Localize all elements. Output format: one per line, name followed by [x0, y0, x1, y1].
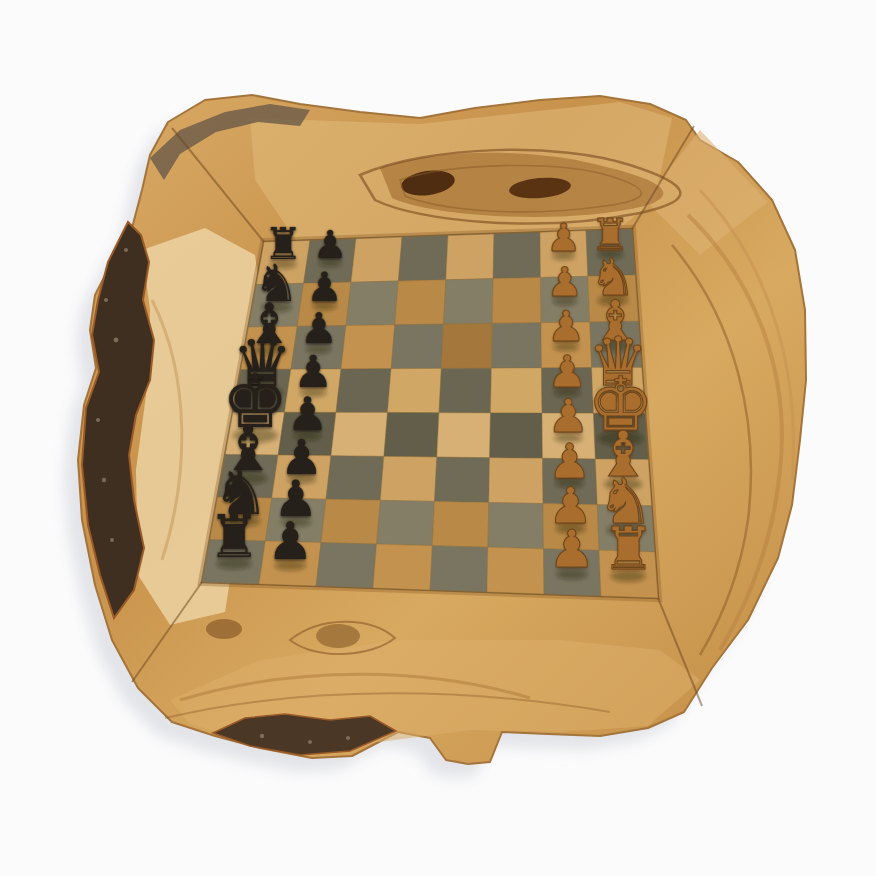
square-e3[interactable] [490, 413, 543, 458]
bottom-knot-1 [206, 619, 242, 639]
square-e4[interactable] [437, 413, 491, 458]
piece-black-pawn-h7[interactable]: ♟ [259, 516, 321, 568]
square-h4[interactable] [430, 546, 488, 592]
square-c6[interactable] [341, 325, 395, 369]
bottom-knot-2 [316, 624, 360, 648]
square-f5[interactable] [380, 456, 437, 501]
piece-white-rook-h1[interactable]: ♜ [593, 520, 663, 579]
square-b3[interactable] [492, 278, 541, 324]
piece-white-pawn-a2[interactable]: ♟ [540, 219, 586, 258]
square-a5[interactable] [398, 236, 448, 282]
square-b5[interactable] [395, 280, 446, 325]
square-c3[interactable] [491, 323, 541, 369]
piece-black-pawn-a7[interactable]: ♟ [307, 226, 353, 265]
square-h5[interactable] [373, 544, 432, 590]
square-d3[interactable] [491, 368, 543, 413]
square-d6[interactable] [336, 369, 391, 413]
square-c4[interactable] [441, 323, 492, 368]
square-g3[interactable] [488, 503, 544, 549]
square-f6[interactable] [326, 456, 384, 501]
chessboard-product-photo: ♜♞♝♛♚♝♞♜♟♟♟♟♟♟♟♟♟♟♟♟♟♟♟♟♜♞♝♛♚♝♞♜ [0, 0, 876, 876]
square-e5[interactable] [384, 413, 439, 458]
square-h3[interactable] [487, 547, 544, 594]
square-b6[interactable] [346, 281, 398, 326]
square-g5[interactable] [377, 500, 435, 545]
square-c5[interactable] [391, 324, 443, 369]
square-a6[interactable] [351, 237, 402, 282]
square-d5[interactable] [388, 368, 442, 412]
square-h6[interactable] [316, 543, 377, 588]
square-b4[interactable] [444, 279, 494, 325]
square-a4[interactable] [446, 234, 494, 280]
olive-wood-slab [0, 0, 876, 876]
square-g4[interactable] [432, 501, 489, 547]
square-a3[interactable] [493, 232, 540, 278]
piece-black-pawn-b7[interactable]: ♟ [300, 267, 349, 308]
square-g6[interactable] [321, 499, 380, 544]
square-f3[interactable] [489, 458, 543, 504]
square-e6[interactable] [331, 412, 388, 456]
square-d4[interactable] [439, 368, 491, 413]
square-f4[interactable] [435, 457, 490, 502]
